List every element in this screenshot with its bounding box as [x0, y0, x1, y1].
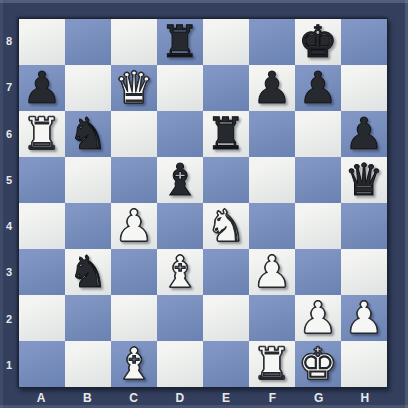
file-labels: ABCDEFGH [18, 388, 388, 408]
square-h7[interactable] [341, 65, 387, 111]
square-b6[interactable]: ♞ [65, 111, 111, 157]
square-e8[interactable] [203, 19, 249, 65]
black-knight-b6[interactable]: ♞ [68, 111, 107, 157]
file-label-F: F [249, 388, 295, 408]
square-h2[interactable]: ♟ [341, 295, 387, 341]
black-pawn-g7[interactable]: ♟ [298, 65, 337, 111]
square-d5[interactable]: ♝ [157, 157, 203, 203]
square-g5[interactable] [295, 157, 341, 203]
square-e2[interactable] [203, 295, 249, 341]
square-a1[interactable] [19, 341, 65, 387]
square-c4[interactable]: ♟ [111, 203, 157, 249]
square-d7[interactable] [157, 65, 203, 111]
square-b7[interactable] [65, 65, 111, 111]
white-bishop-d3[interactable]: ♝ [160, 249, 199, 295]
square-e7[interactable] [203, 65, 249, 111]
square-h1[interactable] [341, 341, 387, 387]
square-b1[interactable] [65, 341, 111, 387]
square-a4[interactable] [19, 203, 65, 249]
rank-label-6: 6 [0, 111, 18, 157]
file-label-C: C [111, 388, 157, 408]
square-e1[interactable] [203, 341, 249, 387]
file-label-H: H [342, 388, 388, 408]
white-pawn-c4[interactable]: ♟ [114, 203, 153, 249]
square-b2[interactable] [65, 295, 111, 341]
square-g6[interactable] [295, 111, 341, 157]
square-h4[interactable] [341, 203, 387, 249]
square-e3[interactable] [203, 249, 249, 295]
chess-board-frame: 87654321 ♜♚♟♛♟♟♜♞♜♟♝♛♟♞♞♝♟♟♟♝♜♚ ABCDEFGH [0, 0, 408, 408]
chess-board: ♜♚♟♛♟♟♜♞♜♟♝♛♟♞♞♝♟♟♟♝♜♚ [18, 18, 388, 388]
square-c3[interactable] [111, 249, 157, 295]
file-label-G: G [296, 388, 342, 408]
rank-label-8: 8 [0, 18, 18, 64]
square-b4[interactable] [65, 203, 111, 249]
rank-labels: 87654321 [0, 18, 18, 388]
black-queen-h5[interactable]: ♛ [344, 157, 383, 203]
white-king-g1[interactable]: ♚ [298, 341, 337, 387]
black-king-g8[interactable]: ♚ [298, 19, 337, 65]
rank-label-2: 2 [0, 296, 18, 342]
square-h8[interactable] [341, 19, 387, 65]
white-knight-e4[interactable]: ♞ [206, 203, 245, 249]
square-d8[interactable]: ♜ [157, 19, 203, 65]
black-rook-e6[interactable]: ♜ [206, 111, 245, 157]
black-pawn-a7[interactable]: ♟ [22, 65, 61, 111]
square-h6[interactable]: ♟ [341, 111, 387, 157]
black-rook-d8[interactable]: ♜ [160, 19, 199, 65]
square-c7[interactable]: ♛ [111, 65, 157, 111]
square-d4[interactable] [157, 203, 203, 249]
square-c8[interactable] [111, 19, 157, 65]
square-f8[interactable] [249, 19, 295, 65]
square-b3[interactable]: ♞ [65, 249, 111, 295]
square-f7[interactable]: ♟ [249, 65, 295, 111]
square-a7[interactable]: ♟ [19, 65, 65, 111]
square-g8[interactable]: ♚ [295, 19, 341, 65]
black-bishop-d5[interactable]: ♝ [160, 157, 199, 203]
square-a5[interactable] [19, 157, 65, 203]
black-pawn-f7[interactable]: ♟ [252, 65, 291, 111]
square-c2[interactable] [111, 295, 157, 341]
file-label-B: B [64, 388, 110, 408]
rank-label-7: 7 [0, 64, 18, 110]
square-f5[interactable] [249, 157, 295, 203]
square-g1[interactable]: ♚ [295, 341, 341, 387]
black-knight-b3[interactable]: ♞ [68, 249, 107, 295]
square-g4[interactable] [295, 203, 341, 249]
square-b5[interactable] [65, 157, 111, 203]
square-h5[interactable]: ♛ [341, 157, 387, 203]
square-h3[interactable] [341, 249, 387, 295]
square-f1[interactable]: ♜ [249, 341, 295, 387]
white-queen-c7[interactable]: ♛ [114, 65, 153, 111]
square-e6[interactable]: ♜ [203, 111, 249, 157]
square-f2[interactable] [249, 295, 295, 341]
file-label-A: A [18, 388, 64, 408]
square-a3[interactable] [19, 249, 65, 295]
square-f3[interactable]: ♟ [249, 249, 295, 295]
square-f4[interactable] [249, 203, 295, 249]
square-f6[interactable] [249, 111, 295, 157]
rank-label-1: 1 [0, 342, 18, 388]
square-d2[interactable] [157, 295, 203, 341]
square-a2[interactable] [19, 295, 65, 341]
rank-label-3: 3 [0, 249, 18, 295]
square-e5[interactable] [203, 157, 249, 203]
white-bishop-c1[interactable]: ♝ [114, 341, 153, 387]
white-rook-f1[interactable]: ♜ [252, 341, 291, 387]
white-rook-a6[interactable]: ♜ [22, 111, 61, 157]
square-g7[interactable]: ♟ [295, 65, 341, 111]
rank-label-5: 5 [0, 157, 18, 203]
file-label-D: D [157, 388, 203, 408]
rank-label-4: 4 [0, 203, 18, 249]
square-g3[interactable] [295, 249, 341, 295]
square-d6[interactable] [157, 111, 203, 157]
file-label-E: E [203, 388, 249, 408]
white-pawn-h2[interactable]: ♟ [344, 295, 383, 341]
square-g2[interactable]: ♟ [295, 295, 341, 341]
square-c6[interactable] [111, 111, 157, 157]
square-c5[interactable] [111, 157, 157, 203]
square-d1[interactable] [157, 341, 203, 387]
square-b8[interactable] [65, 19, 111, 65]
white-pawn-g2[interactable]: ♟ [298, 295, 337, 341]
square-e4[interactable]: ♞ [203, 203, 249, 249]
square-c1[interactable]: ♝ [111, 341, 157, 387]
black-pawn-h6[interactable]: ♟ [344, 111, 383, 157]
square-a8[interactable] [19, 19, 65, 65]
square-a6[interactable]: ♜ [19, 111, 65, 157]
square-d3[interactable]: ♝ [157, 249, 203, 295]
white-pawn-f3[interactable]: ♟ [252, 249, 291, 295]
